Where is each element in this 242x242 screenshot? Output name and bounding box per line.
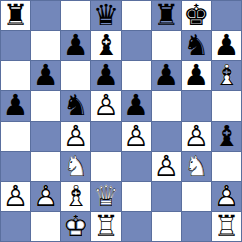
square-f4[interactable] xyxy=(152,122,181,151)
black-pawn[interactable]: ♟ xyxy=(3,91,29,120)
square-c1[interactable]: ♚♔ xyxy=(61,212,90,241)
square-g5[interactable] xyxy=(182,91,211,120)
piece-outline: ♙ xyxy=(213,182,239,211)
square-f3[interactable]: ♟♙ xyxy=(152,152,181,181)
black-pawn[interactable]: ♟ xyxy=(183,61,209,90)
white-rook[interactable]: ♜♖ xyxy=(213,212,239,241)
square-a7[interactable] xyxy=(1,31,30,60)
square-a6[interactable] xyxy=(1,61,30,90)
black-pawn[interactable]: ♟ xyxy=(63,31,89,60)
black-pawn[interactable]: ♟ xyxy=(33,61,59,90)
square-c2[interactable]: ♝♗ xyxy=(61,182,90,211)
square-g7[interactable]: ♞ xyxy=(182,31,211,60)
square-g4[interactable]: ♟♙ xyxy=(182,122,211,151)
square-f2[interactable] xyxy=(152,182,181,211)
square-e2[interactable] xyxy=(122,182,151,211)
white-queen[interactable]: ♛♕ xyxy=(93,182,119,211)
square-h3[interactable] xyxy=(212,152,241,181)
square-c5[interactable]: ♞ xyxy=(61,91,90,120)
square-b6[interactable]: ♟ xyxy=(31,61,60,90)
square-b8[interactable] xyxy=(31,1,60,30)
white-pawn[interactable]: ♟♙ xyxy=(33,182,59,211)
piece-outline: ♙ xyxy=(33,182,59,211)
piece-outline: ♗ xyxy=(63,182,89,211)
square-c3[interactable]: ♞♘ xyxy=(61,152,90,181)
black-queen[interactable]: ♛ xyxy=(93,1,119,30)
piece-outline: ♕ xyxy=(93,182,119,211)
white-rook[interactable]: ♜♖ xyxy=(93,212,119,241)
white-pawn[interactable]: ♟♙ xyxy=(123,122,149,151)
square-b7[interactable] xyxy=(31,31,60,60)
square-h7[interactable]: ♟ xyxy=(212,31,241,60)
square-e6[interactable] xyxy=(122,61,151,90)
black-knight[interactable]: ♞ xyxy=(63,91,89,120)
square-f7[interactable] xyxy=(152,31,181,60)
square-e4[interactable]: ♟♙ xyxy=(122,122,151,151)
square-g2[interactable] xyxy=(182,182,211,211)
square-e5[interactable]: ♟ xyxy=(122,91,151,120)
black-rook[interactable]: ♜ xyxy=(3,1,29,30)
square-d4[interactable] xyxy=(91,122,120,151)
piece-outline: ♙ xyxy=(153,152,179,181)
square-g1[interactable] xyxy=(182,212,211,241)
square-c6[interactable] xyxy=(61,61,90,90)
square-e1[interactable] xyxy=(122,212,151,241)
square-d3[interactable] xyxy=(91,152,120,181)
black-pawn[interactable]: ♟ xyxy=(153,61,179,90)
white-bishop[interactable]: ♝♗ xyxy=(63,182,89,211)
white-pawn[interactable]: ♟♙ xyxy=(153,152,179,181)
square-g3[interactable]: ♞♘ xyxy=(182,152,211,181)
white-pawn[interactable]: ♟♙ xyxy=(63,122,89,151)
white-king[interactable]: ♚♔ xyxy=(63,212,89,241)
piece-outline: ♖ xyxy=(93,212,119,241)
square-e8[interactable] xyxy=(122,1,151,30)
square-h2[interactable]: ♟♙ xyxy=(212,182,241,211)
white-pawn[interactable]: ♟♙ xyxy=(93,91,119,120)
black-bishop[interactable]: ♝ xyxy=(93,31,119,60)
square-d6[interactable]: ♟ xyxy=(91,61,120,90)
square-e3[interactable] xyxy=(122,152,151,181)
square-f5[interactable] xyxy=(152,91,181,120)
square-b5[interactable] xyxy=(31,91,60,120)
square-c4[interactable]: ♟♙ xyxy=(61,122,90,151)
square-g6[interactable]: ♟ xyxy=(182,61,211,90)
square-c7[interactable]: ♟ xyxy=(61,31,90,60)
chess-board: ♜♛♜♚♟♝♞♟♟♟♟♟♝♗♟♞♟♙♟♟♙♟♙♟♙♝♞♘♟♙♞♘♟♙♟♙♝♗♛♕… xyxy=(0,0,242,242)
square-b2[interactable]: ♟♙ xyxy=(31,182,60,211)
black-king[interactable]: ♚ xyxy=(183,1,209,30)
white-pawn[interactable]: ♟♙ xyxy=(183,122,209,151)
square-b4[interactable] xyxy=(31,122,60,151)
square-g8[interactable]: ♚ xyxy=(182,1,211,30)
piece-outline: ♔ xyxy=(63,212,89,241)
black-pawn[interactable]: ♟ xyxy=(213,31,239,60)
black-pawn[interactable]: ♟ xyxy=(93,61,119,90)
square-a5[interactable]: ♟ xyxy=(1,91,30,120)
square-h5[interactable] xyxy=(212,91,241,120)
piece-outline: ♗ xyxy=(213,61,239,90)
black-bishop[interactable]: ♝ xyxy=(213,122,239,151)
piece-outline: ♙ xyxy=(3,182,29,211)
black-knight[interactable]: ♞ xyxy=(183,31,209,60)
square-d8[interactable]: ♛ xyxy=(91,1,120,30)
square-f6[interactable]: ♟ xyxy=(152,61,181,90)
square-h6[interactable]: ♝♗ xyxy=(212,61,241,90)
white-bishop[interactable]: ♝♗ xyxy=(213,61,239,90)
white-knight[interactable]: ♞♘ xyxy=(183,152,209,181)
piece-outline: ♙ xyxy=(183,122,209,151)
square-a3[interactable] xyxy=(1,152,30,181)
square-d7[interactable]: ♝ xyxy=(91,31,120,60)
white-knight[interactable]: ♞♘ xyxy=(63,152,89,181)
square-e7[interactable] xyxy=(122,31,151,60)
square-d1[interactable]: ♜♖ xyxy=(91,212,120,241)
square-f1[interactable] xyxy=(152,212,181,241)
piece-outline: ♘ xyxy=(63,152,89,181)
square-b3[interactable] xyxy=(31,152,60,181)
square-c8[interactable] xyxy=(61,1,90,30)
black-rook[interactable]: ♜ xyxy=(153,1,179,30)
square-d5[interactable]: ♟♙ xyxy=(91,91,120,120)
square-d2[interactable]: ♛♕ xyxy=(91,182,120,211)
white-pawn[interactable]: ♟♙ xyxy=(3,182,29,211)
white-pawn[interactable]: ♟♙ xyxy=(213,182,239,211)
square-a4[interactable] xyxy=(1,122,30,151)
square-h8[interactable] xyxy=(212,1,241,30)
square-h1[interactable]: ♜♖ xyxy=(212,212,241,241)
square-b1[interactable] xyxy=(31,212,60,241)
square-a2[interactable]: ♟♙ xyxy=(1,182,30,211)
square-f8[interactable]: ♜ xyxy=(152,1,181,30)
piece-outline: ♙ xyxy=(123,122,149,151)
piece-outline: ♘ xyxy=(183,152,209,181)
piece-outline: ♙ xyxy=(93,91,119,120)
piece-outline: ♙ xyxy=(63,122,89,151)
black-pawn[interactable]: ♟ xyxy=(123,91,149,120)
square-a8[interactable]: ♜ xyxy=(1,1,30,30)
piece-outline: ♖ xyxy=(213,212,239,241)
square-a1[interactable] xyxy=(1,212,30,241)
square-h4[interactable]: ♝ xyxy=(212,122,241,151)
